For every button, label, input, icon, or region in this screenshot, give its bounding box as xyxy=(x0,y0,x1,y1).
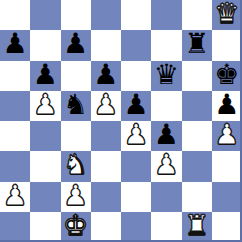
white-pawn-piece: ♟ xyxy=(3,182,28,210)
chess-board-grid: ♛♟♟♜♟♟♛♚♟♞♟♟♟♟♟♟♞♟♟♟♚♜ xyxy=(0,0,242,242)
square-e1[interactable] xyxy=(121,212,151,242)
black-queen-piece: ♛ xyxy=(154,61,179,89)
square-c7[interactable]: ♟ xyxy=(61,30,91,60)
black-pawn-piece: ♟ xyxy=(214,91,239,119)
square-b5[interactable]: ♟ xyxy=(30,91,60,121)
square-g1[interactable]: ♜ xyxy=(182,212,212,242)
square-h2[interactable] xyxy=(212,182,242,212)
square-c1[interactable]: ♚ xyxy=(61,212,91,242)
square-c2[interactable]: ♟ xyxy=(61,182,91,212)
square-f5[interactable] xyxy=(151,91,181,121)
square-g7[interactable]: ♜ xyxy=(182,30,212,60)
square-c8[interactable] xyxy=(61,0,91,30)
square-e5[interactable]: ♟ xyxy=(121,91,151,121)
square-h6[interactable]: ♚ xyxy=(212,61,242,91)
square-d1[interactable] xyxy=(91,212,121,242)
square-g8[interactable] xyxy=(182,0,212,30)
square-a5[interactable] xyxy=(0,91,30,121)
black-pawn-piece: ♟ xyxy=(33,61,58,89)
square-g2[interactable] xyxy=(182,182,212,212)
square-a3[interactable] xyxy=(0,151,30,181)
black-rook-piece: ♜ xyxy=(184,30,209,58)
black-knight-piece: ♞ xyxy=(63,91,88,119)
square-f2[interactable] xyxy=(151,182,181,212)
square-e6[interactable] xyxy=(121,61,151,91)
square-c5[interactable]: ♞ xyxy=(61,91,91,121)
square-a2[interactable]: ♟ xyxy=(0,182,30,212)
square-f7[interactable] xyxy=(151,30,181,60)
black-pawn-piece: ♟ xyxy=(3,30,28,58)
square-h3[interactable] xyxy=(212,151,242,181)
square-g6[interactable] xyxy=(182,61,212,91)
square-h8[interactable]: ♛ xyxy=(212,0,242,30)
white-pawn-piece: ♟ xyxy=(124,121,149,149)
black-king-piece: ♚ xyxy=(214,61,239,89)
square-b6[interactable]: ♟ xyxy=(30,61,60,91)
black-pawn-piece: ♟ xyxy=(63,30,88,58)
white-king-piece: ♚ xyxy=(63,212,88,240)
square-f3[interactable]: ♟ xyxy=(151,151,181,181)
square-b8[interactable] xyxy=(30,0,60,30)
white-knight-piece: ♞ xyxy=(63,151,88,179)
square-e3[interactable] xyxy=(121,151,151,181)
square-h5[interactable]: ♟ xyxy=(212,91,242,121)
square-b4[interactable] xyxy=(30,121,60,151)
square-b2[interactable] xyxy=(30,182,60,212)
square-c6[interactable] xyxy=(61,61,91,91)
square-g5[interactable] xyxy=(182,91,212,121)
square-b1[interactable] xyxy=(30,212,60,242)
square-a1[interactable] xyxy=(0,212,30,242)
square-f8[interactable] xyxy=(151,0,181,30)
black-pawn-piece: ♟ xyxy=(124,91,149,119)
square-a7[interactable]: ♟ xyxy=(0,30,30,60)
black-pawn-piece: ♟ xyxy=(154,121,179,149)
square-e4[interactable]: ♟ xyxy=(121,121,151,151)
square-a6[interactable] xyxy=(0,61,30,91)
square-h7[interactable] xyxy=(212,30,242,60)
square-d4[interactable] xyxy=(91,121,121,151)
square-c4[interactable] xyxy=(61,121,91,151)
square-d7[interactable] xyxy=(91,30,121,60)
white-pawn-piece: ♟ xyxy=(214,121,239,149)
square-g3[interactable] xyxy=(182,151,212,181)
white-pawn-piece: ♟ xyxy=(33,91,58,119)
square-f1[interactable] xyxy=(151,212,181,242)
square-e2[interactable] xyxy=(121,182,151,212)
square-e8[interactable] xyxy=(121,0,151,30)
white-rook-piece: ♜ xyxy=(184,212,209,240)
white-pawn-piece: ♟ xyxy=(154,151,179,179)
square-d8[interactable] xyxy=(91,0,121,30)
square-b3[interactable] xyxy=(30,151,60,181)
white-queen-piece: ♛ xyxy=(214,0,239,28)
square-h1[interactable] xyxy=(212,212,242,242)
square-f4[interactable]: ♟ xyxy=(151,121,181,151)
square-d6[interactable]: ♟ xyxy=(91,61,121,91)
chess-board: ♛♟♟♜♟♟♛♚♟♞♟♟♟♟♟♟♞♟♟♟♚♜ xyxy=(0,0,242,242)
square-f6[interactable]: ♛ xyxy=(151,61,181,91)
square-d5[interactable]: ♟ xyxy=(91,91,121,121)
square-e7[interactable] xyxy=(121,30,151,60)
square-a8[interactable] xyxy=(0,0,30,30)
black-pawn-piece: ♟ xyxy=(93,61,118,89)
white-pawn-piece: ♟ xyxy=(63,182,88,210)
square-g4[interactable] xyxy=(182,121,212,151)
white-pawn-piece: ♟ xyxy=(93,91,118,119)
square-c3[interactable]: ♞ xyxy=(61,151,91,181)
square-b7[interactable] xyxy=(30,30,60,60)
square-d2[interactable] xyxy=(91,182,121,212)
square-h4[interactable]: ♟ xyxy=(212,121,242,151)
square-d3[interactable] xyxy=(91,151,121,181)
square-a4[interactable] xyxy=(0,121,30,151)
